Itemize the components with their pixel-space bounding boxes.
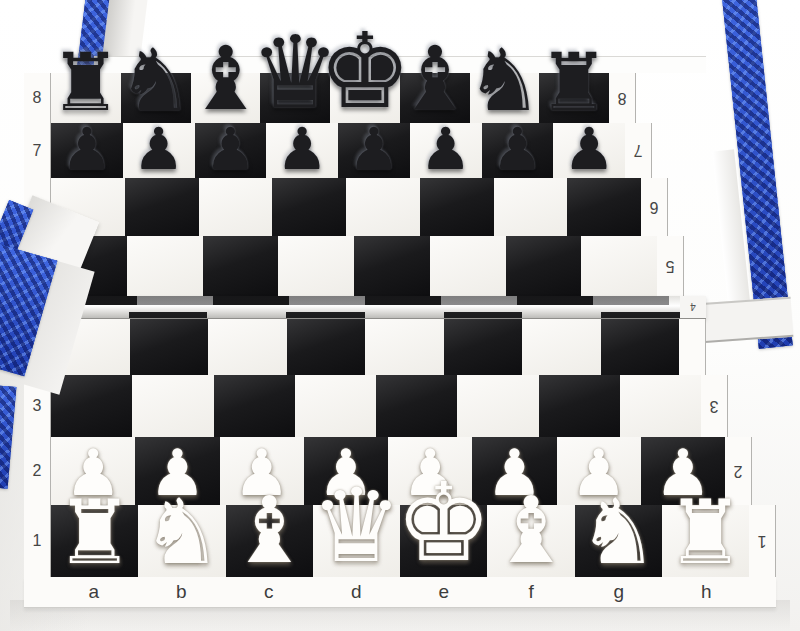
square-g7[interactable]: ♟ [482, 123, 554, 178]
fold-edge-lower-squares [50, 312, 680, 318]
file-labels-spacer-right [750, 577, 776, 607]
square-d1[interactable]: ♛ [313, 505, 400, 577]
square-g3[interactable] [539, 375, 620, 437]
rank-label-right-6: 6 [641, 178, 668, 236]
rank-label-left-7: 7 [24, 123, 51, 178]
rank-label-left-8: 8 [24, 73, 51, 123]
square-b7[interactable]: ♟ [123, 123, 195, 178]
square-a3[interactable] [51, 375, 132, 437]
piece-black-knight-g8[interactable]: ♞ [466, 37, 543, 123]
square-h4[interactable] [601, 319, 680, 375]
rank-label-right-4 [679, 319, 706, 375]
board-rank-row-1: 1♜♞♝♛♚♝♞♜1 [24, 505, 776, 577]
piece-white-rook-h1[interactable]: ♜ [666, 489, 745, 577]
square-e6[interactable] [346, 178, 420, 236]
square-c3[interactable] [214, 375, 295, 437]
piece-black-rook-h8[interactable]: ♜ [538, 43, 610, 123]
square-f7[interactable]: ♟ [410, 123, 482, 178]
piece-black-rook-a8[interactable]: ♜ [50, 43, 122, 123]
piece-black-pawn-a7[interactable]: ♟ [61, 120, 113, 178]
piece-black-pawn-c7[interactable]: ♟ [204, 120, 256, 178]
square-f3[interactable] [457, 375, 538, 437]
square-h7[interactable]: ♟ [553, 123, 625, 178]
square-h3[interactable] [620, 375, 701, 437]
board-rank-row-3: 33 [24, 375, 728, 437]
board-rank-row-4 [24, 319, 706, 375]
piece-white-knight-g1[interactable]: ♞ [578, 487, 659, 577]
piece-black-pawn-h7[interactable]: ♟ [563, 120, 615, 178]
square-a1[interactable]: ♜ [51, 505, 138, 577]
square-f5[interactable] [430, 236, 506, 296]
square-b4[interactable] [130, 319, 209, 375]
piece-black-pawn-b7[interactable]: ♟ [133, 120, 185, 178]
fold-edge-upper-squares [61, 296, 669, 305]
file-labels-spacer-left [24, 577, 50, 607]
board-rows: 8♜♞♝♛♚♝♞♜87♟♟♟♟♟♟♟♟7665544332♟♟♟♟♟♟♟♟21♜… [24, 73, 776, 608]
board-rank-row-5: 55 [24, 236, 684, 296]
rank-label-right-5: 5 [657, 236, 684, 296]
square-d5[interactable] [278, 236, 354, 296]
square-h5[interactable] [581, 236, 657, 296]
square-h6[interactable] [567, 178, 641, 236]
rank-label-left-1: 1 [24, 505, 51, 577]
square-f4[interactable] [444, 319, 523, 375]
square-d3[interactable] [295, 375, 376, 437]
piece-white-king-e1[interactable]: ♚ [395, 469, 492, 577]
square-e3[interactable] [376, 375, 457, 437]
board-fold-hinge: 44 [24, 296, 706, 319]
rank-label-right-1: 1 [749, 505, 776, 577]
piece-black-knight-b8[interactable]: ♞ [117, 37, 194, 123]
fold-crease [50, 296, 680, 318]
square-g1[interactable]: ♞ [575, 505, 662, 577]
rank-label-right-4: 4 [680, 296, 706, 318]
board-rank-row-8: 8♜♞♝♛♚♝♞♜8 [24, 73, 636, 123]
piece-black-pawn-g7[interactable]: ♟ [491, 120, 543, 178]
chess-board: 8♜♞♝♛♚♝♞♜87♟♟♟♟♟♟♟♟7665544332♟♟♟♟♟♟♟♟21♜… [0, 56, 800, 608]
square-g6[interactable] [494, 178, 568, 236]
piece-white-bishop-c1[interactable]: ♝ [228, 485, 310, 577]
rank-label-right-3: 3 [701, 375, 728, 437]
piece-white-rook-a1[interactable]: ♜ [55, 489, 134, 577]
square-d7[interactable]: ♟ [266, 123, 338, 178]
square-a7[interactable]: ♟ [51, 123, 123, 178]
square-b6[interactable] [125, 178, 199, 236]
piece-black-pawn-e7[interactable]: ♟ [348, 120, 400, 178]
square-c5[interactable] [203, 236, 279, 296]
square-c6[interactable] [199, 178, 273, 236]
square-f6[interactable] [420, 178, 494, 236]
square-g4[interactable] [522, 319, 601, 375]
square-b1[interactable]: ♞ [138, 505, 225, 577]
square-f1[interactable]: ♝ [487, 505, 574, 577]
piece-white-knight-b1[interactable]: ♞ [142, 487, 223, 577]
square-g5[interactable] [506, 236, 582, 296]
square-e1[interactable]: ♚ [400, 505, 487, 577]
piece-white-queen-d1[interactable]: ♛ [311, 475, 402, 577]
rank-label-right-7: 7 [625, 123, 652, 178]
piece-black-pawn-d7[interactable]: ♟ [276, 120, 328, 178]
board-rank-row-6: 66 [24, 178, 668, 236]
piece-black-bishop-f8[interactable]: ♝ [395, 35, 474, 123]
rank-label-left-2: 2 [24, 437, 51, 505]
photo-backdrop: 8♜♞♝♛♚♝♞♜87♟♟♟♟♟♟♟♟7665544332♟♟♟♟♟♟♟♟21♜… [0, 0, 800, 631]
piece-black-pawn-f7[interactable]: ♟ [420, 120, 472, 178]
square-d4[interactable] [287, 319, 366, 375]
square-b3[interactable] [132, 375, 213, 437]
square-h1[interactable]: ♜ [662, 505, 749, 577]
square-e4[interactable] [365, 319, 444, 375]
square-d6[interactable] [272, 178, 346, 236]
square-c1[interactable]: ♝ [226, 505, 313, 577]
piece-white-bishop-f1[interactable]: ♝ [490, 485, 572, 577]
square-c4[interactable] [208, 319, 287, 375]
square-e5[interactable] [354, 236, 430, 296]
square-c7[interactable]: ♟ [195, 123, 267, 178]
square-b5[interactable] [127, 236, 203, 296]
square-e7[interactable]: ♟ [338, 123, 410, 178]
